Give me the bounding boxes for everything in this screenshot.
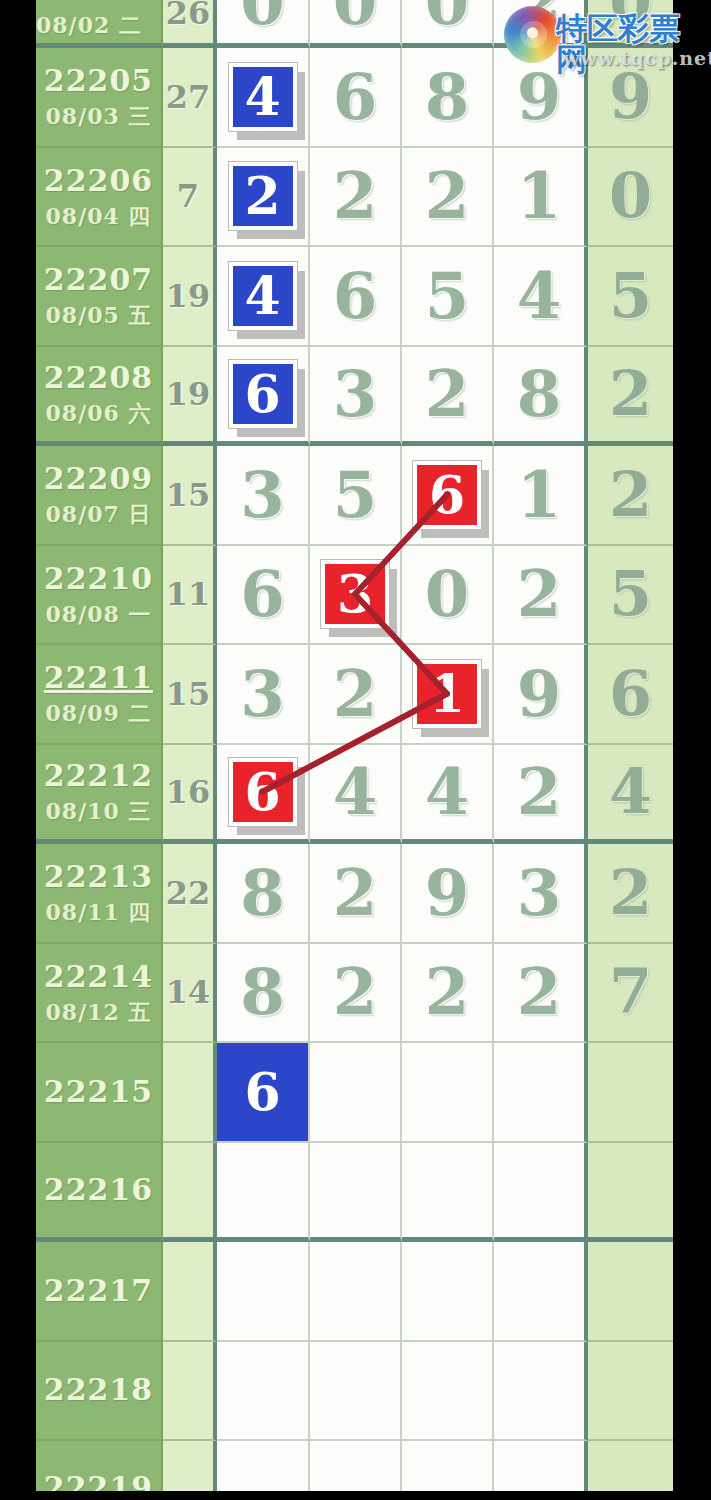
digit-cell: 2 [310,944,402,1044]
digit-cell: 2 [217,148,310,248]
highlight-square-blue: 6 [229,360,297,428]
count-cell: 27 [163,48,217,148]
period-cell: 2220808/06 六 [36,347,163,447]
digit-cell: 9 [494,48,588,148]
digit-cell: 2 [494,0,588,48]
tail-value: 5 [609,563,652,625]
tail-value: 0 [609,165,652,227]
period-cell: 2221408/12 五 [36,944,163,1044]
draw-date: 08/07 日 [46,503,152,525]
count-value: 7 [177,177,199,215]
count-cell [163,1242,217,1342]
digit-value: 2 [517,760,562,824]
digit-cell: 9 [402,844,494,944]
highlight-square-red: 1 [413,660,481,728]
digit-cell [310,1242,402,1342]
digit-cell: 6 [310,247,402,347]
draw-date: 08/10 三 [46,800,152,822]
count-value: 16 [166,773,211,811]
count-value: 26 [166,0,211,32]
digit-value: 2 [425,164,470,228]
digit-cell [402,1342,494,1442]
digit-value: 9 [425,861,470,925]
tail-value: 0 [609,0,652,32]
digit-value: 2 [425,362,470,426]
digit-value: 2 [333,662,378,726]
digit-cell [494,1242,588,1342]
digit-cell: 4 [494,247,588,347]
digit-cell: 9 [494,645,588,745]
tail-cell: 7 [588,944,673,1044]
count-value: 19 [166,277,211,315]
digit-value: 4 [517,264,562,328]
digit-cell: 2 [402,944,494,1044]
period-number[interactable]: 22209 [44,464,153,494]
right-letterbox-bar [673,0,711,1500]
digit-cell [217,1143,310,1243]
digit-cell: 6 [402,446,494,546]
draw-date: 08/04 四 [46,205,152,227]
digit-cell [402,1143,494,1243]
digit-cell: 4 [217,247,310,347]
tail-cell: 5 [588,247,673,347]
digit-cell [310,1043,402,1143]
period-cell: 22216 [36,1143,163,1243]
count-cell: 19 [163,247,217,347]
count-cell: 16 [163,745,217,845]
digit-cell: 1 [402,645,494,745]
tail-cell: 0 [588,148,673,248]
digit-value: 0 [333,0,378,34]
count-value: 19 [166,375,211,413]
trend-table: 08/02 二26000202220508/03 三27468992220608… [36,0,673,1500]
period-cell: 2220608/04 四 [36,148,163,248]
tail-value: 2 [609,862,652,924]
table-row: 22216 [36,1143,673,1243]
digit-cell: 2 [494,745,588,845]
table-row: 2221408/12 五1482227 [36,944,673,1044]
tail-cell: 0 [588,0,673,48]
table-row: 2220608/04 四722210 [36,148,673,248]
digit-value: 3 [517,861,562,925]
highlight-square-blue: 4 [229,262,297,330]
tail-cell [588,1242,673,1342]
table-row: 22217 [36,1242,673,1342]
tail-value: 9 [609,66,652,128]
digit-cell: 6 [310,48,402,148]
table-row: 08/02 二2600020 [36,0,673,48]
highlight-square-blue: 4 [229,63,297,131]
tail-cell [588,1143,673,1243]
digit-cell: 2 [494,944,588,1044]
period-number[interactable]: 22212 [44,761,153,791]
digit-value: 2 [425,960,470,1024]
digit-value: 5 [425,264,470,328]
digit-cell: 2 [310,645,402,745]
left-letterbox-bar [0,0,36,1500]
digit-value: 8 [425,65,470,129]
period-number[interactable]: 22208 [44,363,153,393]
digit-value: 9 [517,662,562,726]
tail-value: 2 [609,464,652,526]
tail-cell [588,1043,673,1143]
digit-cell: 8 [402,48,494,148]
digit-value: 0 [240,0,285,34]
digit-cell: 6 [217,347,310,447]
digit-cell [494,1342,588,1442]
period-number[interactable]: 22205 [44,66,153,96]
digit-value: 2 [517,960,562,1024]
period-number[interactable]: 22211 [44,663,153,693]
period-number[interactable]: 22206 [44,166,153,196]
table-row: 2221208/10 三1664424 [36,745,673,845]
digit-value: 4 [333,760,378,824]
count-cell: 19 [163,347,217,447]
digit-value: 2 [333,164,378,228]
draw-date: 08/12 五 [46,1001,152,1023]
count-cell [163,1342,217,1442]
digit-cell: 2 [310,148,402,248]
digit-cell: 3 [494,844,588,944]
highlight-square-blue: 2 [229,162,297,230]
digit-value: 3 [333,362,378,426]
tail-value: 5 [609,265,652,327]
digit-cell [310,1342,402,1442]
tail-cell: 2 [588,347,673,447]
lottery-trend-chart-screenshot: 08/02 二26000202220508/03 三27468992220608… [0,0,711,1500]
count-cell [163,1043,217,1143]
digit-value: 2 [333,960,378,1024]
tail-value: 7 [609,961,652,1023]
digit-value: 8 [240,960,285,1024]
digit-cell: 2 [494,546,588,646]
draw-date: 08/11 四 [46,901,152,923]
tail-cell: 5 [588,546,673,646]
digit-value: 3 [240,662,285,726]
digit-value: 6 [333,65,378,129]
digit-cell: 1 [494,446,588,546]
period-number[interactable]: 22210 [44,564,153,594]
digit-cell: 4 [402,745,494,845]
digit-cell: 3 [310,546,402,646]
digit-cell: 5 [402,247,494,347]
period-cell: 22215 [36,1043,163,1143]
digit-cell: 8 [217,944,310,1044]
period-cell: 22217 [36,1242,163,1342]
period-cell: 2221008/08 一 [36,546,163,646]
digit-value: 0 [425,0,470,34]
period-number[interactable]: 22213 [44,862,153,892]
digit-value: 2 [517,0,562,34]
count-cell: 7 [163,148,217,248]
digit-value: 8 [240,861,285,925]
tail-cell: 4 [588,745,673,845]
period-number[interactable]: 22218 [44,1375,153,1405]
table-row: 22218 [36,1342,673,1442]
highlight-square-red: 3 [321,560,389,628]
period-cell: 2220508/03 三 [36,48,163,148]
count-value: 11 [166,575,211,613]
draw-date: 08/03 三 [46,105,152,127]
count-cell: 14 [163,944,217,1044]
count-value: 15 [166,675,211,713]
digit-cell: 3 [217,446,310,546]
period-number[interactable]: 22217 [44,1276,153,1306]
digit-cell: 6 [217,1043,310,1143]
draw-date: 08/05 五 [46,304,152,326]
digit-value: 1 [517,463,562,527]
table-row: 2220808/06 六1963282 [36,347,673,447]
period-cell: 2221208/10 三 [36,745,163,845]
digit-cell [217,1342,310,1442]
highlight-fill-blue: 6 [217,1043,308,1141]
table-row: 2221008/08 一1163025 [36,546,673,646]
table-row: 2221108/09 二1532196 [36,645,673,745]
table-row: 2220508/03 三2746899 [36,48,673,148]
digit-value: 5 [333,463,378,527]
tail-value: 6 [609,663,652,725]
table-row: 2220908/07 日1535612 [36,446,673,546]
digit-value: 6 [333,264,378,328]
digit-cell: 2 [402,347,494,447]
digit-cell [494,1043,588,1143]
count-cell [163,1143,217,1243]
digit-value: 2 [333,861,378,925]
digit-cell: 2 [310,844,402,944]
tail-value: 2 [609,363,652,425]
tail-value: 4 [609,761,652,823]
period-cell: 22218 [36,1342,163,1442]
digit-value: 0 [425,562,470,626]
tail-cell: 2 [588,844,673,944]
digit-cell: 4 [217,48,310,148]
digit-value: 3 [240,463,285,527]
digit-cell: 6 [217,745,310,845]
tail-cell: 6 [588,645,673,745]
digit-cell: 0 [217,0,310,48]
digit-cell: 0 [402,0,494,48]
draw-date: 08/06 六 [46,402,152,424]
digit-value: 2 [517,562,562,626]
digit-cell: 3 [217,645,310,745]
period-cell: 2220908/07 日 [36,446,163,546]
digit-cell [310,1143,402,1243]
digit-value: 1 [517,164,562,228]
count-cell: 15 [163,446,217,546]
count-cell: 22 [163,844,217,944]
tail-cell: 2 [588,446,673,546]
count-cell: 11 [163,546,217,646]
digit-cell [217,1242,310,1342]
period-number[interactable]: 22214 [44,962,153,992]
count-value: 22 [166,874,211,912]
digit-value: 4 [425,760,470,824]
count-value: 15 [166,476,211,514]
digit-cell: 8 [494,347,588,447]
digit-cell: 1 [494,148,588,248]
draw-date: 08/02 二 [36,14,142,36]
digit-cell: 0 [402,546,494,646]
digit-cell: 8 [217,844,310,944]
digit-cell [494,1143,588,1243]
period-cell: 2220708/05 五 [36,247,163,347]
period-number[interactable]: 22207 [44,265,153,295]
table-row: 222156 [36,1043,673,1143]
digit-value: 6 [240,562,285,626]
highlight-square-red: 6 [229,758,297,826]
draw-date: 08/09 二 [46,702,152,724]
digit-cell: 2 [402,148,494,248]
digit-cell: 3 [310,347,402,447]
period-cell: 08/02 二 [36,0,163,48]
digit-value: 9 [517,65,562,129]
digit-cell: 5 [310,446,402,546]
digit-cell: 0 [310,0,402,48]
period-cell: 2221108/09 二 [36,645,163,745]
table-row: 2220708/05 五1946545 [36,247,673,347]
tail-cell [588,1342,673,1442]
digit-cell [402,1242,494,1342]
period-number[interactable]: 22215 [44,1077,153,1107]
period-number[interactable]: 22216 [44,1175,153,1205]
digit-cell [402,1043,494,1143]
digit-cell: 6 [217,546,310,646]
tail-cell: 9 [588,48,673,148]
table-row: 2221308/11 四2282932 [36,844,673,944]
digit-value: 8 [517,362,562,426]
count-value: 14 [166,973,211,1011]
highlight-square-red: 6 [413,461,481,529]
bottom-letterbox-bar [0,1491,711,1500]
draw-date: 08/08 一 [46,603,152,625]
count-cell: 26 [163,0,217,48]
count-cell: 15 [163,645,217,745]
digit-cell: 4 [310,745,402,845]
count-value: 27 [166,78,211,116]
period-cell: 2221308/11 四 [36,844,163,944]
